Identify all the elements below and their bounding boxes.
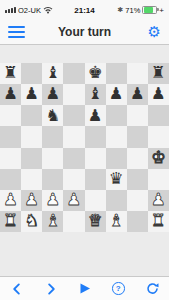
chevron-left-icon (11, 283, 23, 295)
square-e5[interactable] (85, 126, 106, 147)
square-g6[interactable] (127, 105, 148, 126)
piece-white-bishop[interactable]: ♝ (45, 213, 60, 230)
square-a2[interactable]: ♟ (0, 190, 21, 211)
square-d8[interactable] (63, 63, 84, 84)
square-f8[interactable] (106, 63, 127, 84)
square-g3[interactable] (127, 169, 148, 190)
square-d4[interactable] (63, 148, 84, 169)
square-d5[interactable] (63, 126, 84, 147)
piece-white-bishop[interactable]: ♝ (109, 213, 124, 230)
square-b4[interactable] (21, 148, 42, 169)
square-d2[interactable]: ♟ (63, 190, 84, 211)
piece-white-queen[interactable]: ♛ (88, 213, 103, 230)
square-b8[interactable] (21, 63, 42, 84)
help-circle-icon: ? (112, 282, 125, 295)
square-c4[interactable] (42, 148, 63, 169)
play-button[interactable] (74, 279, 94, 299)
status-bar: O2-UK 21:14 ✱ 71% + (0, 0, 169, 20)
chess-board: ♜♝♚♜♟♟♟♝♟♟♟♞♟♚♛♟♟♟♟♟♜♞♝♛♝♜ (0, 63, 169, 232)
piece-black-pawn[interactable]: ♟ (151, 86, 166, 103)
square-c7[interactable]: ♟ (42, 84, 63, 105)
play-icon (78, 282, 91, 295)
square-d1[interactable] (63, 211, 84, 232)
square-h6[interactable] (148, 105, 169, 126)
square-a8[interactable]: ♜ (0, 63, 21, 84)
piece-black-knight[interactable]: ♞ (45, 108, 60, 125)
battery-icon (142, 6, 157, 15)
piece-black-bishop[interactable]: ♝ (45, 65, 60, 82)
square-d7[interactable] (63, 84, 84, 105)
navigation-bar: Your turn ⚙ (0, 20, 169, 45)
square-c8[interactable]: ♝ (42, 63, 63, 84)
new-game-button[interactable] (142, 279, 162, 299)
square-e6[interactable]: ♟ (85, 105, 106, 126)
square-h7[interactable]: ♟ (148, 84, 169, 105)
square-a7[interactable]: ♟ (0, 84, 21, 105)
square-g4[interactable] (127, 148, 148, 169)
piece-black-pawn[interactable]: ♟ (24, 86, 39, 103)
back-move-button[interactable] (7, 279, 27, 299)
square-c1[interactable]: ♝ (42, 211, 63, 232)
square-a3[interactable] (0, 169, 21, 190)
square-a4[interactable] (0, 148, 21, 169)
empty-area (0, 232, 169, 276)
square-a5[interactable] (0, 126, 21, 147)
square-h5[interactable] (148, 126, 169, 147)
page-title: Your turn (0, 25, 169, 39)
piece-white-knight[interactable]: ♞ (24, 213, 39, 230)
square-f2[interactable] (106, 190, 127, 211)
square-e3[interactable] (85, 169, 106, 190)
square-h3[interactable] (148, 169, 169, 190)
square-b1[interactable]: ♞ (21, 211, 42, 232)
piece-white-pawn[interactable]: ♟ (67, 192, 82, 209)
piece-black-pawn[interactable]: ♟ (130, 86, 145, 103)
settings-gear-icon[interactable]: ⚙ (148, 25, 161, 40)
square-f7[interactable]: ♟ (106, 84, 127, 105)
refresh-icon (146, 282, 159, 295)
piece-white-pawn[interactable]: ♟ (24, 192, 39, 209)
square-h1[interactable]: ♜ (148, 211, 169, 232)
square-d3[interactable] (63, 169, 84, 190)
piece-black-pawn[interactable]: ♟ (45, 86, 60, 103)
square-c3[interactable] (42, 169, 63, 190)
square-e8[interactable]: ♚ (85, 63, 106, 84)
piece-black-king[interactable]: ♚ (88, 65, 103, 82)
square-g1[interactable] (127, 211, 148, 232)
bottom-toolbar: ? (0, 276, 169, 300)
square-f6[interactable] (106, 105, 127, 126)
piece-black-queen[interactable]: ♛ (109, 171, 124, 188)
piece-white-king[interactable]: ♚ (151, 150, 166, 167)
square-b3[interactable] (21, 169, 42, 190)
help-button[interactable]: ? (108, 279, 128, 299)
square-c5[interactable] (42, 126, 63, 147)
square-f4[interactable] (106, 148, 127, 169)
app-window: O2-UK 21:14 ✱ 71% + Your turn ⚙ ♜♝♚♜♟♟♟♝… (0, 0, 169, 300)
piece-white-rook[interactable]: ♜ (3, 213, 18, 230)
forward-move-button[interactable] (41, 279, 61, 299)
square-g8[interactable] (127, 63, 148, 84)
square-g7[interactable]: ♟ (127, 84, 148, 105)
piece-black-rook[interactable]: ♜ (3, 65, 18, 82)
square-h8[interactable]: ♜ (148, 63, 169, 84)
square-b5[interactable] (21, 126, 42, 147)
square-f5[interactable] (106, 126, 127, 147)
piece-white-pawn[interactable]: ♟ (151, 192, 166, 209)
square-g5[interactable] (127, 126, 148, 147)
square-a1[interactable]: ♜ (0, 211, 21, 232)
square-d6[interactable] (63, 105, 84, 126)
square-b2[interactable]: ♟ (21, 190, 42, 211)
piece-black-bishop[interactable]: ♝ (88, 86, 103, 103)
chevron-right-icon (45, 283, 57, 295)
square-g2[interactable] (127, 190, 148, 211)
square-f1[interactable]: ♝ (106, 211, 127, 232)
square-a6[interactable] (0, 105, 21, 126)
square-e4[interactable] (85, 148, 106, 169)
square-e7[interactable]: ♝ (85, 84, 106, 105)
piece-black-pawn[interactable]: ♟ (88, 108, 103, 125)
square-e1[interactable]: ♛ (85, 211, 106, 232)
piece-white-rook[interactable]: ♜ (151, 213, 166, 230)
square-h2[interactable]: ♟ (148, 190, 169, 211)
square-e2[interactable] (85, 190, 106, 211)
piece-white-pawn[interactable]: ♟ (45, 192, 60, 209)
square-c2[interactable]: ♟ (42, 190, 63, 211)
square-h4[interactable]: ♚ (148, 148, 169, 169)
square-b7[interactable]: ♟ (21, 84, 42, 105)
piece-black-rook[interactable]: ♜ (151, 65, 166, 82)
square-b6[interactable] (21, 105, 42, 126)
square-c6[interactable]: ♞ (42, 105, 63, 126)
piece-black-pawn[interactable]: ♟ (109, 86, 124, 103)
piece-black-pawn[interactable]: ♟ (3, 86, 18, 103)
square-f3[interactable]: ♛ (106, 169, 127, 190)
piece-white-pawn[interactable]: ♟ (3, 192, 18, 209)
